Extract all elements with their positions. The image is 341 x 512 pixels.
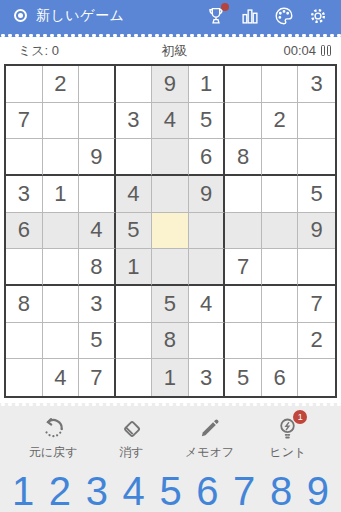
cell-r2c7[interactable] <box>225 103 262 140</box>
cell-r9c6[interactable]: 3 <box>189 359 226 396</box>
cell-r6c6[interactable] <box>189 249 226 286</box>
cell-r5c4[interactable]: 5 <box>116 213 153 250</box>
eraser-icon <box>118 415 145 442</box>
cell-r7c5[interactable]: 5 <box>152 286 189 323</box>
hint-count-badge: 1 <box>293 410 307 424</box>
cell-r1c9[interactable]: 3 <box>298 66 335 103</box>
new-game-icon <box>14 9 27 22</box>
numpad-key-3[interactable]: 3 <box>86 471 108 511</box>
numpad-key-5[interactable]: 5 <box>159 471 181 511</box>
cell-r5c3[interactable]: 4 <box>79 213 116 250</box>
cell-r2c9[interactable] <box>298 103 335 140</box>
cell-r5c7[interactable] <box>225 213 262 250</box>
cell-r9c9[interactable] <box>298 359 335 396</box>
cell-r9c7[interactable]: 5 <box>225 359 262 396</box>
cell-r2c5[interactable]: 4 <box>152 103 189 140</box>
cell-r7c2[interactable] <box>43 286 80 323</box>
cell-r3c4[interactable] <box>116 139 153 176</box>
cell-r9c4[interactable] <box>116 359 153 396</box>
undo-label: 元に戻す <box>29 444 78 461</box>
cell-r9c3[interactable]: 7 <box>79 359 116 396</box>
settings-button[interactable] <box>307 5 329 27</box>
palette-icon <box>273 5 295 27</box>
sudoku-board: 29137345296831495645981783547582471356 <box>4 64 337 398</box>
cell-r9c5[interactable]: 1 <box>152 359 189 396</box>
cell-r6c3[interactable]: 8 <box>79 249 116 286</box>
pause-button[interactable] <box>321 45 331 56</box>
cell-r7c8[interactable] <box>262 286 299 323</box>
erase-label: 消す <box>119 444 143 461</box>
cell-r8c6[interactable] <box>189 323 226 360</box>
numpad-key-1[interactable]: 1 <box>12 471 34 511</box>
cell-r3c2[interactable] <box>43 139 80 176</box>
cell-r2c1[interactable]: 7 <box>6 103 43 140</box>
cell-r4c3[interactable] <box>79 176 116 213</box>
numpad-key-6[interactable]: 6 <box>196 471 218 511</box>
cell-r1c1[interactable] <box>6 66 43 103</box>
cell-r1c3[interactable] <box>79 66 116 103</box>
cell-r3c7[interactable]: 8 <box>225 139 262 176</box>
cell-r7c6[interactable]: 4 <box>189 286 226 323</box>
numpad-key-4[interactable]: 4 <box>123 471 145 511</box>
cell-r1c2[interactable]: 2 <box>43 66 80 103</box>
cell-r5c1[interactable]: 6 <box>6 213 43 250</box>
cell-r7c3[interactable]: 3 <box>79 286 116 323</box>
status-bar: ミス: 0 初級 00:04 <box>0 37 341 64</box>
cell-r1c6[interactable]: 1 <box>189 66 226 103</box>
cell-r2c2[interactable] <box>43 103 80 140</box>
pause-icon <box>327 45 331 56</box>
cell-r7c4[interactable] <box>116 286 153 323</box>
undo-icon <box>40 415 67 442</box>
cell-r5c9[interactable]: 9 <box>298 213 335 250</box>
cell-r4c5[interactable] <box>152 176 189 213</box>
cell-r7c9[interactable]: 7 <box>298 286 335 323</box>
cell-r3c5[interactable] <box>152 139 189 176</box>
cell-r8c9[interactable]: 2 <box>298 323 335 360</box>
cell-r3c9[interactable] <box>298 139 335 176</box>
cell-r8c7[interactable] <box>225 323 262 360</box>
cell-r8c4[interactable] <box>116 323 153 360</box>
cell-r4c2[interactable]: 1 <box>43 176 80 213</box>
cell-r2c6[interactable]: 5 <box>189 103 226 140</box>
cell-r6c1[interactable] <box>6 249 43 286</box>
cell-r8c3[interactable]: 5 <box>79 323 116 360</box>
cell-r6c2[interactable] <box>43 249 80 286</box>
cell-r6c4[interactable]: 1 <box>116 249 153 286</box>
gear-icon <box>307 5 329 27</box>
hint-label: ヒント <box>269 444 306 461</box>
cell-r4c1[interactable]: 3 <box>6 176 43 213</box>
cell-r4c9[interactable]: 5 <box>298 176 335 213</box>
cell-r9c2[interactable]: 4 <box>43 359 80 396</box>
toolbar: 元に戻す 消す メモオフ <box>0 415 341 461</box>
cell-r4c8[interactable] <box>262 176 299 213</box>
cell-r1c5[interactable]: 9 <box>152 66 189 103</box>
cell-r3c1[interactable] <box>6 139 43 176</box>
cell-r7c7[interactable] <box>225 286 262 323</box>
hint-button[interactable]: 1 ヒント <box>256 415 320 461</box>
cell-r3c3[interactable]: 9 <box>79 139 116 176</box>
mistakes-counter: ミス: 0 <box>18 42 122 60</box>
cell-r3c6[interactable]: 6 <box>189 139 226 176</box>
erase-button[interactable]: 消す <box>99 415 163 461</box>
cell-r5c2[interactable] <box>43 213 80 250</box>
stats-button[interactable] <box>239 5 261 27</box>
trophy-notification-dot <box>221 3 229 11</box>
cell-r9c8[interactable]: 6 <box>262 359 299 396</box>
cell-r2c4[interactable]: 3 <box>116 103 153 140</box>
cell-r4c6[interactable]: 9 <box>189 176 226 213</box>
cell-r6c5[interactable] <box>152 249 189 286</box>
theme-button[interactable] <box>273 5 295 27</box>
memo-button[interactable]: メモオフ <box>178 415 242 461</box>
numpad-key-8[interactable]: 8 <box>270 471 292 511</box>
cell-r1c8[interactable] <box>262 66 299 103</box>
pencil-icon <box>196 415 223 442</box>
cell-r2c3[interactable] <box>79 103 116 140</box>
cell-r5c8[interactable] <box>262 213 299 250</box>
cell-r4c7[interactable] <box>225 176 262 213</box>
cell-r8c8[interactable] <box>262 323 299 360</box>
cell-r6c9[interactable] <box>298 249 335 286</box>
new-game-button[interactable]: 新しいゲーム <box>36 7 193 25</box>
cell-r4c4[interactable]: 4 <box>116 176 153 213</box>
undo-button[interactable]: 元に戻す <box>21 415 85 461</box>
cell-r1c7[interactable] <box>225 66 262 103</box>
cell-r1c4[interactable] <box>116 66 153 103</box>
numpad-key-2[interactable]: 2 <box>49 471 71 511</box>
cell-r3c8[interactable] <box>262 139 299 176</box>
timer: 00:04 <box>283 43 316 58</box>
numpad-key-9[interactable]: 9 <box>307 471 329 511</box>
app-header: 新しいゲーム <box>0 0 341 31</box>
cell-r8c1[interactable] <box>6 323 43 360</box>
cell-r7c1[interactable]: 8 <box>6 286 43 323</box>
bar-chart-icon <box>239 5 261 27</box>
cell-r8c5[interactable]: 8 <box>152 323 189 360</box>
difficulty-label: 初級 <box>122 42 226 60</box>
cell-r9c1[interactable] <box>6 359 43 396</box>
numpad-key-7[interactable]: 7 <box>233 471 255 511</box>
bottom-panel: 元に戻す 消す メモオフ <box>0 409 341 512</box>
cell-r2c8[interactable]: 2 <box>262 103 299 140</box>
pause-icon <box>321 45 325 56</box>
trophy-button[interactable] <box>205 5 227 27</box>
cell-r5c5[interactable] <box>152 213 189 250</box>
cell-r6c7[interactable]: 7 <box>225 249 262 286</box>
memo-label: メモオフ <box>185 444 234 461</box>
number-pad: 123456789 <box>0 461 341 511</box>
cell-r5c6[interactable] <box>189 213 226 250</box>
cell-r8c2[interactable] <box>43 323 80 360</box>
cell-r6c8[interactable] <box>262 249 299 286</box>
